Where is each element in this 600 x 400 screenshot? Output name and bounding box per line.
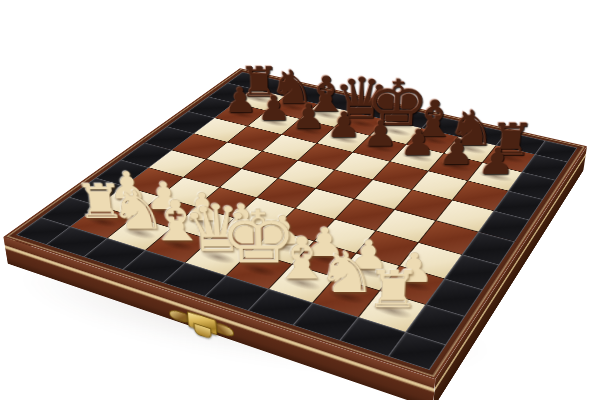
chess-board: ♜♞♝♛♚♝♞♜♟♟♟♟♟♟♟♟♟♟♟♟♟♟♟♟♜♞♝♛♚♝♞♜ [3, 68, 587, 379]
black-pawn-glyph: ♟ [476, 143, 517, 179]
piece-white-rook[interactable]: ♜ [351, 260, 438, 311]
piece-black-pawn[interactable]: ♟ [461, 140, 534, 176]
white-rook-glyph: ♜ [365, 264, 424, 315]
product-photo-scene: ♜♞♝♛♚♝♞♜♟♟♟♟♟♟♟♟♟♟♟♟♟♟♟♟♜♞♝♛♚♝♞♜ [0, 0, 600, 400]
perspective-wrapper: ♜♞♝♛♚♝♞♜♟♟♟♟♟♟♟♟♟♟♟♟♟♟♟♟♜♞♝♛♚♝♞♜ [0, 0, 600, 400]
